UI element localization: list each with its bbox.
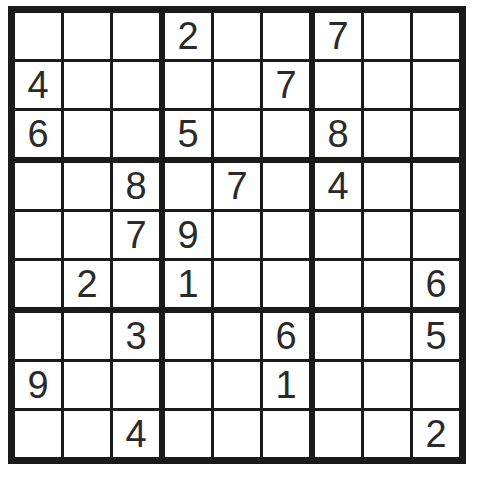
- sudoku-cell-r6c8[interactable]: [364, 261, 410, 307]
- sudoku-cell-r1c4[interactable]: 2: [165, 13, 211, 59]
- sudoku-box-5: 791: [165, 163, 309, 307]
- sudoku-cell-r2c3[interactable]: [113, 62, 159, 108]
- sudoku-cell-r7c3[interactable]: 3: [113, 313, 159, 359]
- sudoku-cell-r9c4[interactable]: [165, 411, 211, 457]
- sudoku-cell-r6c7[interactable]: [315, 261, 361, 307]
- sudoku-cell-r2c1[interactable]: 4: [15, 62, 61, 108]
- sudoku-cell-r9c6[interactable]: [263, 411, 309, 457]
- sudoku-cell-r3c7[interactable]: 8: [315, 111, 361, 157]
- sudoku-box-9: 52: [315, 313, 459, 457]
- sudoku-cell-r8c4[interactable]: [165, 362, 211, 408]
- sudoku-cell-r3c3[interactable]: [113, 111, 159, 157]
- sudoku-cell-r4c4[interactable]: [165, 163, 211, 209]
- sudoku-cell-r4c9[interactable]: [413, 163, 459, 209]
- sudoku-cell-r6c3[interactable]: [113, 261, 159, 307]
- sudoku-cell-r1c5[interactable]: [214, 13, 260, 59]
- sudoku-cell-r7c5[interactable]: [214, 313, 260, 359]
- sudoku-cell-r1c1[interactable]: [15, 13, 61, 59]
- page: 4627578872791463946152: [0, 0, 477, 464]
- sudoku-cell-r9c2[interactable]: [64, 411, 110, 457]
- sudoku-cell-r8c5[interactable]: [214, 362, 260, 408]
- sudoku-cell-r8c9[interactable]: [413, 362, 459, 408]
- sudoku-cell-r8c8[interactable]: [364, 362, 410, 408]
- sudoku-box-6: 46: [315, 163, 459, 307]
- sudoku-cell-r4c7[interactable]: 4: [315, 163, 361, 209]
- sudoku-cell-r2c8[interactable]: [364, 62, 410, 108]
- sudoku-cell-r2c2[interactable]: [64, 62, 110, 108]
- sudoku-cell-r3c1[interactable]: 6: [15, 111, 61, 157]
- sudoku-cell-r9c1[interactable]: [15, 411, 61, 457]
- sudoku-cell-r7c6[interactable]: 6: [263, 313, 309, 359]
- sudoku-cell-r5c3[interactable]: 7: [113, 212, 159, 258]
- sudoku-cell-r6c5[interactable]: [214, 261, 260, 307]
- sudoku-cell-r7c7[interactable]: [315, 313, 361, 359]
- sudoku-cell-r8c3[interactable]: [113, 362, 159, 408]
- sudoku-cell-r6c9[interactable]: 6: [413, 261, 459, 307]
- sudoku-cell-r5c5[interactable]: [214, 212, 260, 258]
- sudoku-cell-r8c1[interactable]: 9: [15, 362, 61, 408]
- sudoku-cell-r1c3[interactable]: [113, 13, 159, 59]
- sudoku-box-3: 78: [315, 13, 459, 157]
- sudoku-cell-r8c7[interactable]: [315, 362, 361, 408]
- sudoku-box-2: 275: [165, 13, 309, 157]
- sudoku-cell-r8c6[interactable]: 1: [263, 362, 309, 408]
- sudoku-cell-r1c8[interactable]: [364, 13, 410, 59]
- sudoku-cell-r9c7[interactable]: [315, 411, 361, 457]
- sudoku-box-8: 61: [165, 313, 309, 457]
- sudoku-cell-r3c5[interactable]: [214, 111, 260, 157]
- sudoku-cell-r6c6[interactable]: [263, 261, 309, 307]
- sudoku-cell-r9c8[interactable]: [364, 411, 410, 457]
- sudoku-cell-r5c6[interactable]: [263, 212, 309, 258]
- sudoku-cell-r3c4[interactable]: 5: [165, 111, 211, 157]
- sudoku-cell-r2c4[interactable]: [165, 62, 211, 108]
- sudoku-cell-r5c9[interactable]: [413, 212, 459, 258]
- sudoku-cell-r2c5[interactable]: [214, 62, 260, 108]
- sudoku-cell-r2c7[interactable]: [315, 62, 361, 108]
- sudoku-cell-r1c9[interactable]: [413, 13, 459, 59]
- sudoku-box-7: 394: [15, 313, 159, 457]
- sudoku-cell-r5c2[interactable]: [64, 212, 110, 258]
- sudoku-cell-r5c1[interactable]: [15, 212, 61, 258]
- sudoku-cell-r4c8[interactable]: [364, 163, 410, 209]
- sudoku-cell-r4c5[interactable]: 7: [214, 163, 260, 209]
- sudoku-cell-r3c9[interactable]: [413, 111, 459, 157]
- sudoku-cell-r7c4[interactable]: [165, 313, 211, 359]
- sudoku-cell-r9c3[interactable]: 4: [113, 411, 159, 457]
- sudoku-cell-r3c6[interactable]: [263, 111, 309, 157]
- sudoku-cell-r1c2[interactable]: [64, 13, 110, 59]
- sudoku-cell-r2c9[interactable]: [413, 62, 459, 108]
- sudoku-board: 4627578872791463946152: [8, 6, 466, 464]
- sudoku-cell-r1c6[interactable]: [263, 13, 309, 59]
- sudoku-cell-r4c2[interactable]: [64, 163, 110, 209]
- sudoku-cell-r3c2[interactable]: [64, 111, 110, 157]
- sudoku-cell-r6c2[interactable]: 2: [64, 261, 110, 307]
- sudoku-cell-r8c2[interactable]: [64, 362, 110, 408]
- sudoku-cell-r5c7[interactable]: [315, 212, 361, 258]
- sudoku-cell-r2c6[interactable]: 7: [263, 62, 309, 108]
- sudoku-cell-r4c3[interactable]: 8: [113, 163, 159, 209]
- sudoku-cell-r6c1[interactable]: [15, 261, 61, 307]
- sudoku-cell-r7c9[interactable]: 5: [413, 313, 459, 359]
- sudoku-cell-r5c8[interactable]: [364, 212, 410, 258]
- sudoku-cell-r7c1[interactable]: [15, 313, 61, 359]
- sudoku-box-4: 872: [15, 163, 159, 307]
- sudoku-cell-r3c8[interactable]: [364, 111, 410, 157]
- sudoku-cell-r1c7[interactable]: 7: [315, 13, 361, 59]
- sudoku-cell-r5c4[interactable]: 9: [165, 212, 211, 258]
- sudoku-cell-r9c9[interactable]: 2: [413, 411, 459, 457]
- sudoku-cell-r7c2[interactable]: [64, 313, 110, 359]
- sudoku-cell-r6c4[interactable]: 1: [165, 261, 211, 307]
- sudoku-cell-r4c1[interactable]: [15, 163, 61, 209]
- sudoku-cell-r7c8[interactable]: [364, 313, 410, 359]
- sudoku-cell-r4c6[interactable]: [263, 163, 309, 209]
- sudoku-cell-r9c5[interactable]: [214, 411, 260, 457]
- sudoku-box-1: 46: [15, 13, 159, 157]
